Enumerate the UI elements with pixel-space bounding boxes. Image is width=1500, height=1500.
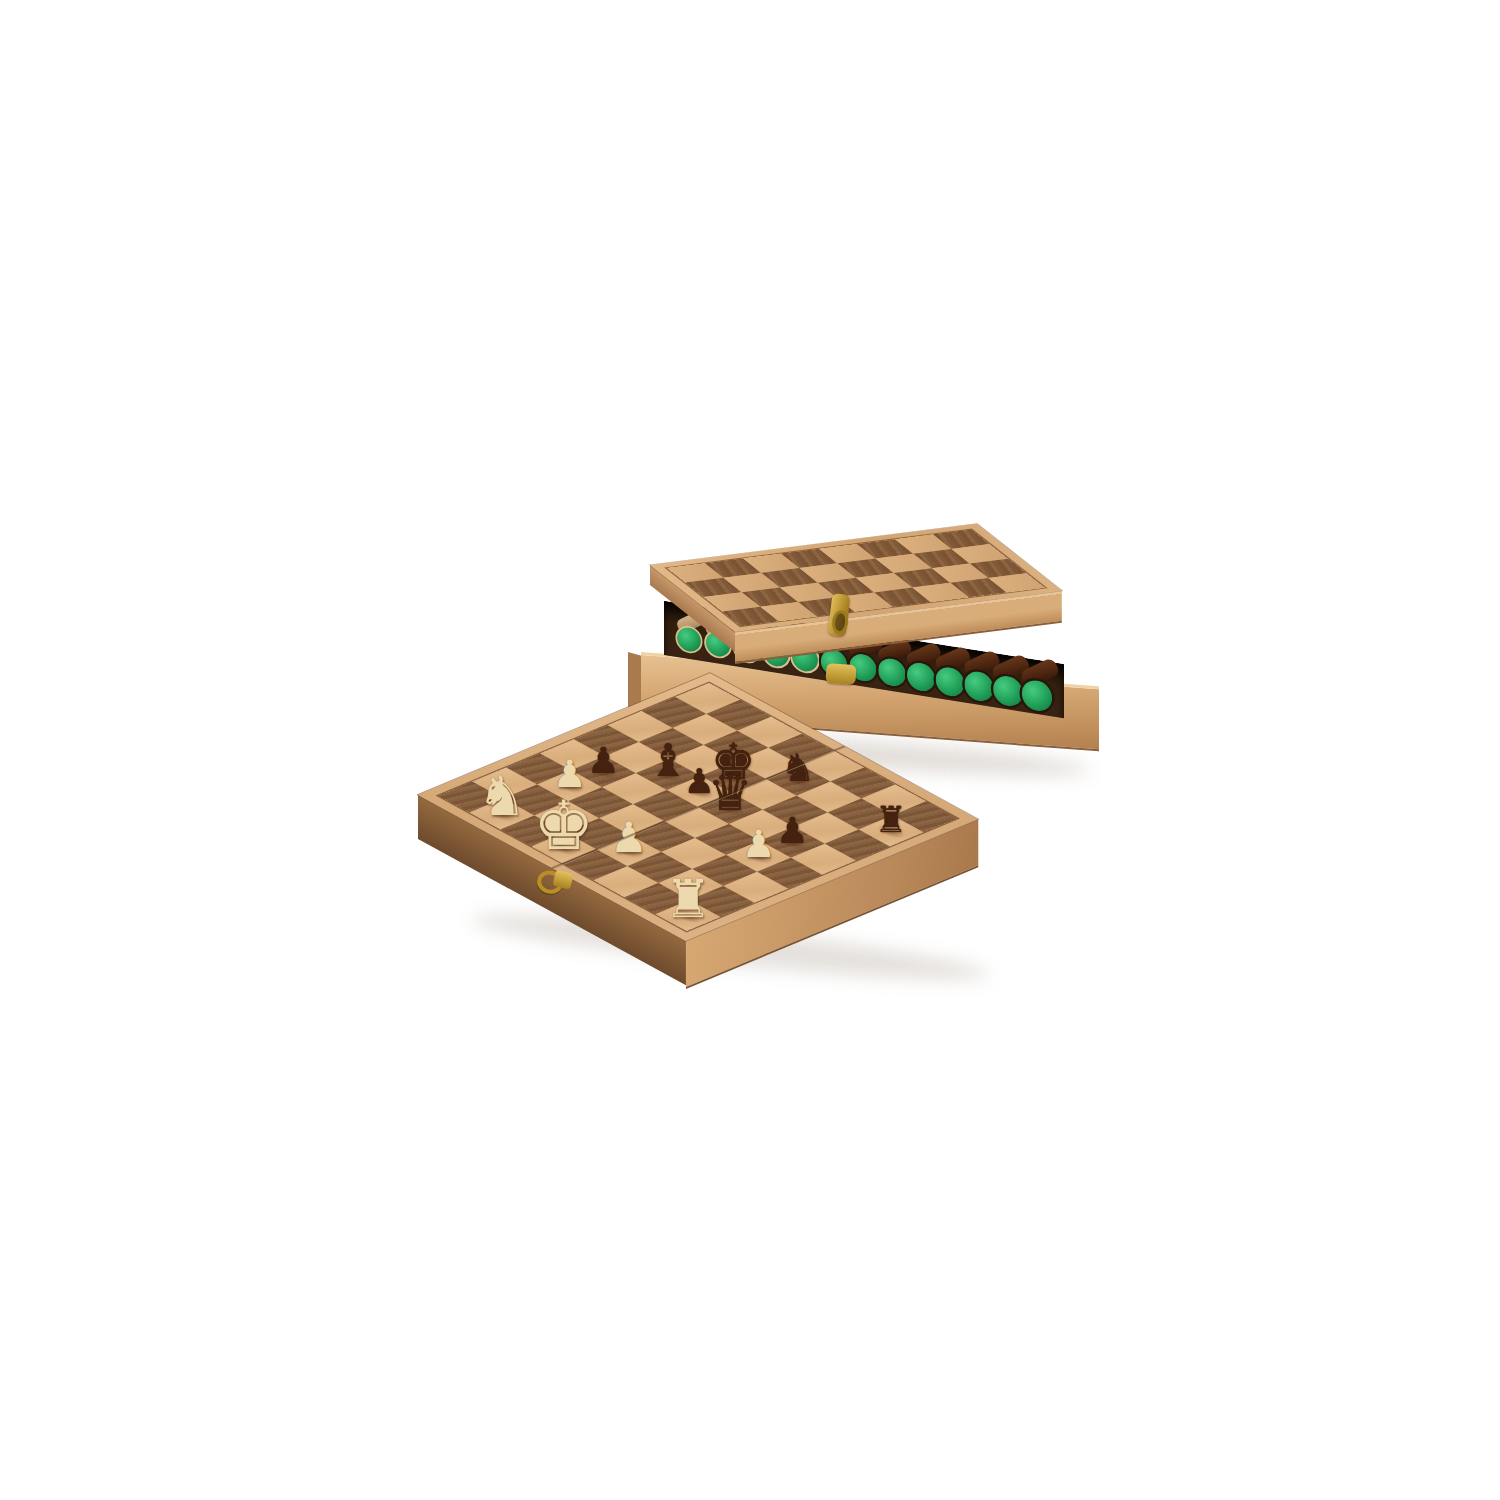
white-rook-h1: ♜ [664,872,712,925]
green-felt-base [1020,676,1055,716]
brass-clasp-catch-icon [825,663,856,685]
product-photo-canvas: ♞♜♚♝♟♛♟♟♟♟♟♞♚♜ [0,0,1500,1500]
tray-piece-black-8 [1017,659,1057,723]
white-knight-b1: ♞ [477,769,526,824]
square-h1: ♜ [656,900,721,931]
black-rook-h7: ♜ [875,801,907,837]
black-knight-e7: ♞ [781,749,815,787]
white-pawn-g4: ♟ [741,825,775,863]
black-pawn-b4: ♟ [587,742,619,778]
black-bishop-c5: ♝ [648,738,688,783]
green-felt-base [676,624,703,655]
white-king-d1: ♚ [533,792,594,860]
black-pawn-g5: ♟ [776,813,808,849]
